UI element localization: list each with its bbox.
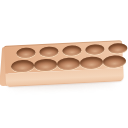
pit-hollow — [108, 42, 127, 53]
pit-hollow — [34, 58, 58, 71]
pit-back-3[interactable] — [57, 43, 81, 57]
photo-background — [0, 0, 128, 128]
pit-hollow — [11, 59, 35, 72]
pit-back-4[interactable] — [80, 42, 104, 56]
pit-back-1[interactable] — [11, 45, 35, 59]
mancala-board — [4, 40, 124, 87]
pit-hollow — [57, 57, 81, 70]
pit-hollow — [80, 56, 104, 69]
pit-hollow — [39, 46, 58, 57]
pit-grid — [11, 41, 118, 72]
pit-front-1[interactable] — [12, 58, 36, 72]
pit-back-5[interactable] — [103, 41, 127, 55]
pit-hollow — [103, 54, 127, 67]
pit-hollow — [85, 44, 104, 55]
pit-front-3[interactable] — [58, 56, 82, 70]
pit-front-5[interactable] — [104, 54, 128, 68]
pit-front-4[interactable] — [81, 55, 105, 69]
pit-back-2[interactable] — [34, 44, 58, 58]
pit-front-2[interactable] — [35, 57, 59, 71]
pit-hollow — [62, 45, 81, 56]
pit-hollow — [16, 47, 35, 58]
